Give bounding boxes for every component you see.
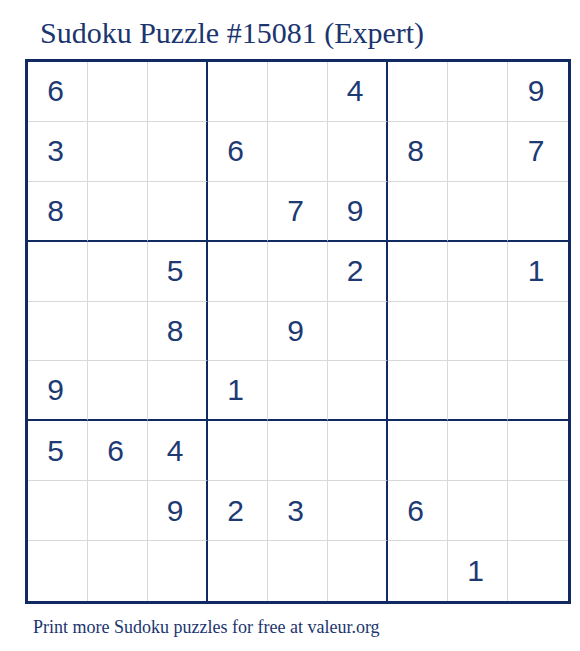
cell-r2c5 — [268, 122, 328, 182]
given-digit: 3 — [47, 134, 64, 168]
cell-r3c2 — [88, 182, 148, 242]
cell-r9c2 — [88, 541, 148, 601]
cell-r4c6: 2 — [328, 242, 388, 302]
cell-r2c6 — [328, 122, 388, 182]
cell-r2c9: 7 — [508, 122, 568, 182]
given-digit: 5 — [167, 254, 184, 288]
given-digit: 1 — [467, 554, 484, 588]
cell-r9c6 — [328, 541, 388, 601]
cell-r8c2 — [88, 481, 148, 541]
cell-r1c5 — [268, 62, 328, 122]
given-digit: 9 — [167, 494, 184, 528]
cell-r3c1: 8 — [28, 182, 88, 242]
given-digit: 5 — [47, 434, 64, 468]
given-digit: 6 — [47, 74, 64, 108]
given-digit: 4 — [347, 74, 364, 108]
cell-r6c6 — [328, 361, 388, 421]
cell-r1c3 — [148, 62, 208, 122]
given-digit: 9 — [528, 74, 545, 108]
given-digit: 2 — [347, 254, 364, 288]
cell-r3c6: 9 — [328, 182, 388, 242]
cell-r1c6: 4 — [328, 62, 388, 122]
cell-r1c4 — [208, 62, 268, 122]
given-digit: 8 — [407, 134, 424, 168]
cell-r9c1 — [28, 541, 88, 601]
cell-r4c1 — [28, 242, 88, 302]
cell-r4c8 — [448, 242, 508, 302]
cell-r9c7 — [388, 541, 448, 601]
cell-r5c9 — [508, 302, 568, 362]
cell-r7c9 — [508, 421, 568, 481]
given-digit: 4 — [167, 434, 184, 468]
cell-r3c8 — [448, 182, 508, 242]
given-digit: 6 — [407, 494, 424, 528]
cell-r9c3 — [148, 541, 208, 601]
sudoku-board: 6493687879521899156492361 — [25, 59, 571, 604]
cell-r4c2 — [88, 242, 148, 302]
cell-r2c2 — [88, 122, 148, 182]
cell-r2c7: 8 — [388, 122, 448, 182]
cell-r3c3 — [148, 182, 208, 242]
cell-r5c5: 9 — [268, 302, 328, 362]
cell-r8c6 — [328, 481, 388, 541]
cell-r2c3 — [148, 122, 208, 182]
cell-r6c5 — [268, 361, 328, 421]
cell-r7c6 — [328, 421, 388, 481]
cell-r7c5 — [268, 421, 328, 481]
cell-r6c8 — [448, 361, 508, 421]
cell-r8c3: 9 — [148, 481, 208, 541]
cell-r6c2 — [88, 361, 148, 421]
cell-r6c4: 1 — [208, 361, 268, 421]
given-digit: 1 — [227, 373, 244, 407]
cell-r5c1 — [28, 302, 88, 362]
cell-r1c9: 9 — [508, 62, 568, 122]
cell-r8c4: 2 — [208, 481, 268, 541]
cell-r7c7 — [388, 421, 448, 481]
given-digit: 9 — [287, 314, 304, 348]
cell-r2c1: 3 — [28, 122, 88, 182]
cell-r5c6 — [328, 302, 388, 362]
footer-text: Print more Sudoku puzzles for free at va… — [33, 617, 380, 639]
page-title: Sudoku Puzzle #15081 (Expert) — [40, 16, 424, 49]
given-digit: 2 — [227, 494, 244, 528]
cell-r1c1: 6 — [28, 62, 88, 122]
cell-r1c7 — [388, 62, 448, 122]
cell-r6c7 — [388, 361, 448, 421]
cell-r8c5: 3 — [268, 481, 328, 541]
cell-r2c8 — [448, 122, 508, 182]
cell-r2c4: 6 — [208, 122, 268, 182]
cell-r1c2 — [88, 62, 148, 122]
cell-r5c7 — [388, 302, 448, 362]
given-digit: 1 — [528, 254, 545, 288]
cell-r8c7: 6 — [388, 481, 448, 541]
cell-r5c4 — [208, 302, 268, 362]
cell-r8c8 — [448, 481, 508, 541]
given-digit: 7 — [287, 194, 304, 228]
cell-r5c2 — [88, 302, 148, 362]
cell-r4c3: 5 — [148, 242, 208, 302]
sudoku-print-page: Sudoku Puzzle #15081 (Expert) 6493687879… — [0, 0, 580, 651]
cell-r9c8: 1 — [448, 541, 508, 601]
cell-r3c5: 7 — [268, 182, 328, 242]
given-digit: 6 — [107, 434, 124, 468]
cell-r5c3: 8 — [148, 302, 208, 362]
cell-r9c5 — [268, 541, 328, 601]
given-digit: 7 — [528, 134, 545, 168]
cell-r7c2: 6 — [88, 421, 148, 481]
cell-r3c4 — [208, 182, 268, 242]
cell-r6c3 — [148, 361, 208, 421]
given-digit: 6 — [227, 134, 244, 168]
cell-r5c8 — [448, 302, 508, 362]
cell-r7c1: 5 — [28, 421, 88, 481]
cell-r9c9 — [508, 541, 568, 601]
cell-r7c4 — [208, 421, 268, 481]
given-digit: 8 — [47, 194, 64, 228]
cell-r9c4 — [208, 541, 268, 601]
cell-r8c1 — [28, 481, 88, 541]
cell-r3c9 — [508, 182, 568, 242]
cell-r1c8 — [448, 62, 508, 122]
cell-r4c7 — [388, 242, 448, 302]
given-digit: 9 — [347, 194, 364, 228]
given-digit: 9 — [47, 373, 64, 407]
cell-r4c9: 1 — [508, 242, 568, 302]
cell-r3c7 — [388, 182, 448, 242]
cell-r7c8 — [448, 421, 508, 481]
given-digit: 8 — [167, 314, 184, 348]
cell-r7c3: 4 — [148, 421, 208, 481]
cell-r6c9 — [508, 361, 568, 421]
cell-r4c4 — [208, 242, 268, 302]
cell-r4c5 — [268, 242, 328, 302]
cell-r8c9 — [508, 481, 568, 541]
cell-r6c1: 9 — [28, 361, 88, 421]
given-digit: 3 — [287, 494, 304, 528]
